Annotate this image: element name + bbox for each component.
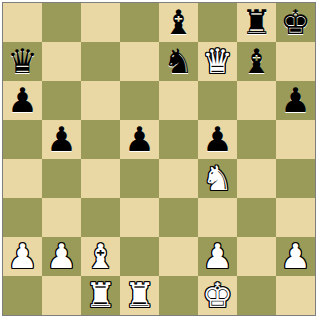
square-e5[interactable] (159, 120, 198, 159)
square-b6[interactable] (42, 81, 81, 120)
square-d2[interactable] (120, 237, 159, 276)
square-a4[interactable] (3, 159, 42, 198)
square-h2[interactable]: ♟ (276, 237, 315, 276)
piece-black-pawn[interactable]: ♟ (7, 81, 37, 120)
square-c6[interactable] (81, 81, 120, 120)
square-f1[interactable]: ♚ (198, 276, 237, 315)
square-b4[interactable] (42, 159, 81, 198)
square-d3[interactable] (120, 198, 159, 237)
piece-black-pawn[interactable]: ♟ (46, 120, 76, 159)
piece-black-pawn[interactable]: ♟ (202, 120, 232, 159)
square-a1[interactable] (3, 276, 42, 315)
square-b1[interactable] (42, 276, 81, 315)
square-c7[interactable] (81, 42, 120, 81)
piece-white-bishop[interactable]: ♝ (85, 237, 115, 276)
square-f2[interactable]: ♟ (198, 237, 237, 276)
square-h7[interactable] (276, 42, 315, 81)
square-h4[interactable] (276, 159, 315, 198)
square-a6[interactable]: ♟ (3, 81, 42, 120)
square-a3[interactable] (3, 198, 42, 237)
piece-white-pawn[interactable]: ♟ (202, 237, 232, 276)
square-e1[interactable] (159, 276, 198, 315)
square-b8[interactable] (42, 3, 81, 42)
piece-white-rook[interactable]: ♜ (85, 276, 115, 315)
square-c4[interactable] (81, 159, 120, 198)
piece-white-queen[interactable]: ♛ (202, 42, 232, 81)
square-e4[interactable] (159, 159, 198, 198)
piece-black-pawn[interactable]: ♟ (124, 120, 154, 159)
square-h6[interactable]: ♟ (276, 81, 315, 120)
square-b7[interactable] (42, 42, 81, 81)
piece-black-king[interactable]: ♚ (280, 3, 310, 42)
square-d1[interactable]: ♜ (120, 276, 159, 315)
square-a2[interactable]: ♟ (3, 237, 42, 276)
square-g8[interactable]: ♜ (237, 3, 276, 42)
square-d6[interactable] (120, 81, 159, 120)
chess-board: ♝♜♚♛♞♛♝♟♟♟♟♟♞♟♟♝♟♟♜♜♚ (3, 3, 315, 315)
square-g6[interactable] (237, 81, 276, 120)
square-b3[interactable] (42, 198, 81, 237)
square-b2[interactable]: ♟ (42, 237, 81, 276)
square-g5[interactable] (237, 120, 276, 159)
square-f5[interactable]: ♟ (198, 120, 237, 159)
square-f3[interactable] (198, 198, 237, 237)
square-f8[interactable] (198, 3, 237, 42)
square-a7[interactable]: ♛ (3, 42, 42, 81)
square-g3[interactable] (237, 198, 276, 237)
piece-black-queen[interactable]: ♛ (7, 42, 37, 81)
square-d5[interactable]: ♟ (120, 120, 159, 159)
square-a8[interactable] (3, 3, 42, 42)
square-g4[interactable] (237, 159, 276, 198)
piece-black-pawn[interactable]: ♟ (280, 81, 310, 120)
piece-black-knight[interactable]: ♞ (163, 42, 193, 81)
square-h1[interactable] (276, 276, 315, 315)
piece-white-knight[interactable]: ♞ (202, 159, 232, 198)
square-c3[interactable] (81, 198, 120, 237)
board-frame: ♝♜♚♛♞♛♝♟♟♟♟♟♞♟♟♝♟♟♜♜♚ (2, 2, 316, 316)
piece-black-rook[interactable]: ♜ (241, 3, 271, 42)
square-g7[interactable]: ♝ (237, 42, 276, 81)
square-f7[interactable]: ♛ (198, 42, 237, 81)
square-c8[interactable] (81, 3, 120, 42)
piece-white-rook[interactable]: ♜ (124, 276, 154, 315)
square-h5[interactable] (276, 120, 315, 159)
square-f4[interactable]: ♞ (198, 159, 237, 198)
square-c5[interactable] (81, 120, 120, 159)
square-d8[interactable] (120, 3, 159, 42)
piece-white-pawn[interactable]: ♟ (280, 237, 310, 276)
square-h8[interactable]: ♚ (276, 3, 315, 42)
piece-white-pawn[interactable]: ♟ (46, 237, 76, 276)
piece-white-pawn[interactable]: ♟ (7, 237, 37, 276)
square-c2[interactable]: ♝ (81, 237, 120, 276)
piece-black-bishop[interactable]: ♝ (163, 3, 193, 42)
square-c1[interactable]: ♜ (81, 276, 120, 315)
piece-black-bishop[interactable]: ♝ (241, 42, 271, 81)
square-b5[interactable]: ♟ (42, 120, 81, 159)
square-a5[interactable] (3, 120, 42, 159)
square-e3[interactable] (159, 198, 198, 237)
square-g2[interactable] (237, 237, 276, 276)
square-f6[interactable] (198, 81, 237, 120)
square-e8[interactable]: ♝ (159, 3, 198, 42)
square-e7[interactable]: ♞ (159, 42, 198, 81)
square-d4[interactable] (120, 159, 159, 198)
square-g1[interactable] (237, 276, 276, 315)
piece-white-king[interactable]: ♚ (202, 276, 232, 315)
square-e2[interactable] (159, 237, 198, 276)
square-e6[interactable] (159, 81, 198, 120)
square-h3[interactable] (276, 198, 315, 237)
square-d7[interactable] (120, 42, 159, 81)
